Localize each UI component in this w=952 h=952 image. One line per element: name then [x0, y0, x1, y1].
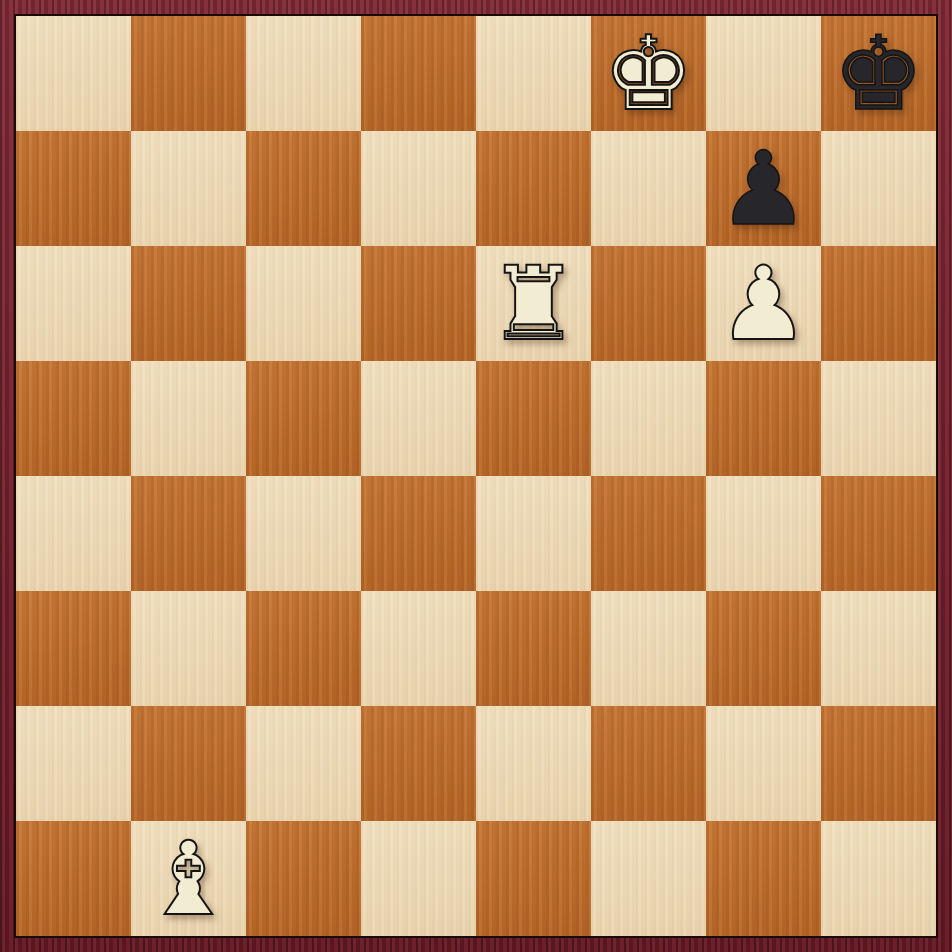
square-g6[interactable]: ♟: [706, 246, 821, 361]
square-c4[interactable]: [246, 476, 361, 591]
piece-white-king-f8[interactable]: ♚: [603, 23, 694, 125]
board-frame: ♚♚♟♜♟♝: [0, 0, 952, 952]
square-e6[interactable]: ♜: [476, 246, 591, 361]
square-a3[interactable]: [16, 591, 131, 706]
square-b5[interactable]: [131, 361, 246, 476]
square-f1[interactable]: [591, 821, 706, 936]
square-a2[interactable]: [16, 706, 131, 821]
square-b7[interactable]: [131, 131, 246, 246]
piece-black-king-h8[interactable]: ♚: [833, 23, 924, 125]
square-a6[interactable]: [16, 246, 131, 361]
square-c8[interactable]: [246, 16, 361, 131]
square-g4[interactable]: [706, 476, 821, 591]
square-f7[interactable]: [591, 131, 706, 246]
square-a4[interactable]: [16, 476, 131, 591]
square-e4[interactable]: [476, 476, 591, 591]
square-a8[interactable]: [16, 16, 131, 131]
square-e5[interactable]: [476, 361, 591, 476]
piece-black-pawn-g7[interactable]: ♟: [718, 138, 809, 240]
square-e1[interactable]: [476, 821, 591, 936]
square-f3[interactable]: [591, 591, 706, 706]
square-h8[interactable]: ♚: [821, 16, 936, 131]
square-d6[interactable]: [361, 246, 476, 361]
square-a5[interactable]: [16, 361, 131, 476]
square-e7[interactable]: [476, 131, 591, 246]
square-g1[interactable]: [706, 821, 821, 936]
square-h1[interactable]: [821, 821, 936, 936]
square-c6[interactable]: [246, 246, 361, 361]
square-g8[interactable]: [706, 16, 821, 131]
square-f5[interactable]: [591, 361, 706, 476]
square-b6[interactable]: [131, 246, 246, 361]
square-c3[interactable]: [246, 591, 361, 706]
square-h3[interactable]: [821, 591, 936, 706]
square-a1[interactable]: [16, 821, 131, 936]
square-c7[interactable]: [246, 131, 361, 246]
square-e8[interactable]: [476, 16, 591, 131]
square-f4[interactable]: [591, 476, 706, 591]
square-h7[interactable]: [821, 131, 936, 246]
square-b8[interactable]: [131, 16, 246, 131]
square-e3[interactable]: [476, 591, 591, 706]
square-d3[interactable]: [361, 591, 476, 706]
square-g3[interactable]: [706, 591, 821, 706]
square-d2[interactable]: [361, 706, 476, 821]
square-f6[interactable]: [591, 246, 706, 361]
square-d4[interactable]: [361, 476, 476, 591]
square-g5[interactable]: [706, 361, 821, 476]
square-b2[interactable]: [131, 706, 246, 821]
square-h6[interactable]: [821, 246, 936, 361]
square-h5[interactable]: [821, 361, 936, 476]
square-c2[interactable]: [246, 706, 361, 821]
square-b4[interactable]: [131, 476, 246, 591]
square-d7[interactable]: [361, 131, 476, 246]
square-e2[interactable]: [476, 706, 591, 821]
square-d5[interactable]: [361, 361, 476, 476]
square-a7[interactable]: [16, 131, 131, 246]
piece-white-bishop-b1[interactable]: ♝: [143, 828, 234, 930]
square-h2[interactable]: [821, 706, 936, 821]
square-f2[interactable]: [591, 706, 706, 821]
chess-board[interactable]: ♚♚♟♜♟♝: [14, 14, 938, 938]
piece-white-pawn-g6[interactable]: ♟: [718, 253, 809, 355]
square-b3[interactable]: [131, 591, 246, 706]
square-h4[interactable]: [821, 476, 936, 591]
square-b1[interactable]: ♝: [131, 821, 246, 936]
square-c1[interactable]: [246, 821, 361, 936]
square-f8[interactable]: ♚: [591, 16, 706, 131]
square-g2[interactable]: [706, 706, 821, 821]
piece-white-rook-e6[interactable]: ♜: [488, 253, 579, 355]
square-d1[interactable]: [361, 821, 476, 936]
square-g7[interactable]: ♟: [706, 131, 821, 246]
square-d8[interactable]: [361, 16, 476, 131]
square-c5[interactable]: [246, 361, 361, 476]
